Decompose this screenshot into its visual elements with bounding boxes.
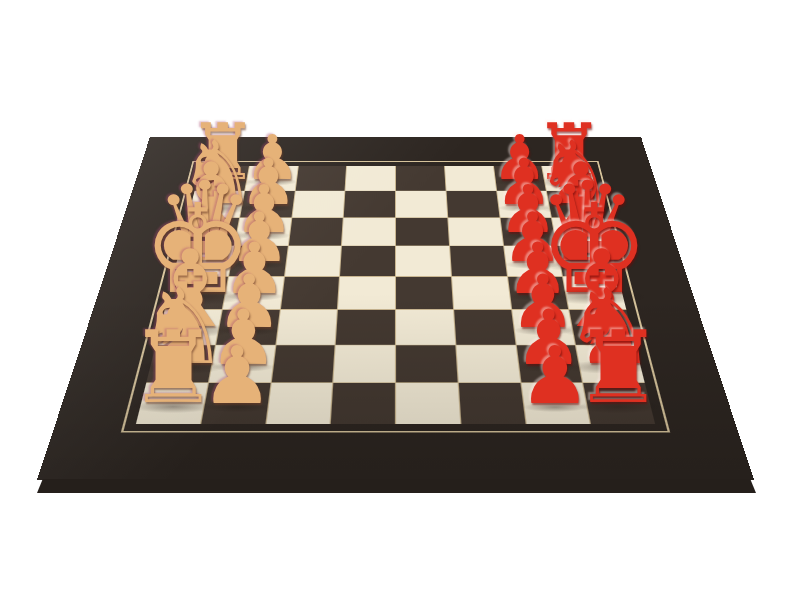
pieces-layer: ♜♟♟♜♞♟♟♞♝♟♟♝♛♟♟♛♚♟♟♚♝♟♟♝♞♟♟♞♜♟♟♜ <box>0 0 800 609</box>
piece-white-pawn[interactable]: ♟ <box>197 337 276 416</box>
piece-red-rook[interactable]: ♜ <box>569 319 669 419</box>
chess-set-photo: ♜♟♟♜♞♟♟♞♝♟♟♝♛♟♟♛♚♟♟♚♝♟♟♝♞♟♟♞♜♟♟♜ <box>0 0 800 609</box>
piece-shadow <box>578 400 660 413</box>
